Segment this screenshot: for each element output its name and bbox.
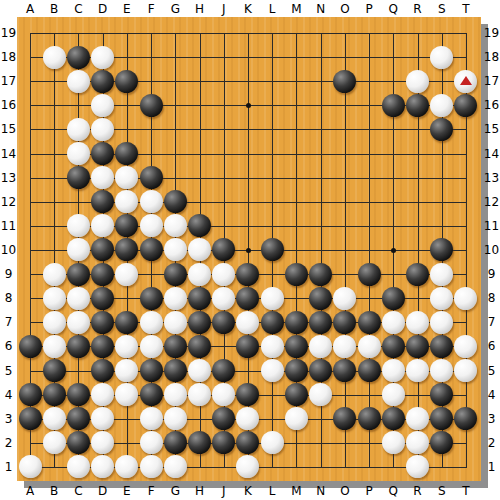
coord-label-left-10: 10 [0, 243, 17, 257]
white-stone-D18 [91, 46, 114, 69]
black-stone-D6 [91, 335, 114, 358]
white-stone-B6 [43, 335, 66, 358]
black-stone-G9 [164, 263, 187, 286]
white-stone-F7 [140, 311, 163, 334]
white-stone-F6 [140, 335, 163, 358]
coord-label-right-8: 8 [483, 291, 500, 305]
coord-label-left-6: 6 [0, 339, 17, 353]
coord-label-left-14: 14 [0, 147, 17, 161]
coord-label-bottom-E: E [118, 484, 136, 498]
coord-label-bottom-B: B [45, 484, 63, 498]
white-stone-D16 [91, 94, 114, 117]
white-stone-F11 [140, 214, 163, 237]
coord-label-bottom-N: N [312, 484, 330, 498]
white-stone-O8 [333, 287, 356, 310]
black-stone-Q16 [382, 94, 405, 117]
black-stone-R16 [406, 94, 429, 117]
black-stone-G12 [164, 190, 187, 213]
black-stone-B4 [43, 383, 66, 406]
white-stone-G3 [164, 407, 187, 430]
black-stone-S6 [430, 335, 453, 358]
black-stone-N9 [309, 263, 332, 286]
white-stone-G4 [164, 383, 187, 406]
coord-label-right-17: 17 [483, 74, 500, 88]
coord-label-bottom-C: C [69, 484, 87, 498]
coord-label-right-12: 12 [483, 195, 500, 209]
coord-label-bottom-K: K [239, 484, 257, 498]
coord-label-right-9: 9 [483, 267, 500, 281]
coord-label-left-17: 17 [0, 74, 17, 88]
white-stone-B2 [43, 431, 66, 454]
black-stone-J7 [212, 311, 235, 334]
coord-label-top-F: F [142, 2, 160, 16]
coord-label-left-15: 15 [0, 122, 17, 136]
coord-label-bottom-O: O [336, 484, 354, 498]
coord-label-left-8: 8 [0, 291, 17, 305]
white-stone-Q5 [382, 359, 405, 382]
white-stone-N6 [309, 335, 332, 358]
coord-label-bottom-M: M [287, 484, 305, 498]
white-stone-C17 [67, 70, 90, 93]
white-stone-L6 [261, 335, 284, 358]
white-stone-G7 [164, 311, 187, 334]
coord-label-top-G: G [166, 2, 184, 16]
white-stone-H5 [188, 359, 211, 382]
white-stone-P6 [358, 335, 381, 358]
grid-line-vertical [369, 33, 370, 468]
black-stone-Q3 [382, 407, 405, 430]
coord-label-top-T: T [457, 2, 475, 16]
coord-label-top-A: A [21, 2, 39, 16]
coord-label-top-E: E [118, 2, 136, 16]
coord-label-right-19: 19 [483, 26, 500, 40]
black-stone-F10 [140, 238, 163, 261]
black-stone-D9 [91, 263, 114, 286]
white-stone-R17 [406, 70, 429, 93]
white-stone-L5 [261, 359, 284, 382]
white-stone-S8 [430, 287, 453, 310]
black-stone-Q8 [382, 287, 405, 310]
black-stone-E17 [115, 70, 138, 93]
white-stone-S7 [430, 311, 453, 334]
black-stone-M7 [285, 311, 308, 334]
coord-label-bottom-G: G [166, 484, 184, 498]
white-stone-L8 [261, 287, 284, 310]
coord-label-top-P: P [360, 2, 378, 16]
black-stone-M6 [285, 335, 308, 358]
black-stone-P3 [358, 407, 381, 430]
coord-label-top-C: C [69, 2, 87, 16]
white-stone-Q2 [382, 431, 405, 454]
white-stone-G8 [164, 287, 187, 310]
white-stone-S9 [430, 263, 453, 286]
coord-label-left-3: 3 [0, 412, 17, 426]
coord-label-right-6: 6 [483, 339, 500, 353]
coord-label-bottom-T: T [457, 484, 475, 498]
black-stone-C9 [67, 263, 90, 286]
coord-label-left-4: 4 [0, 388, 17, 402]
coord-label-bottom-S: S [433, 484, 451, 498]
white-stone-D15 [91, 118, 114, 141]
black-stone-R9 [406, 263, 429, 286]
coord-label-bottom-L: L [263, 484, 281, 498]
black-stone-L7 [261, 311, 284, 334]
coord-label-top-K: K [239, 2, 257, 16]
white-stone-B7 [43, 311, 66, 334]
black-stone-H6 [188, 335, 211, 358]
coord-label-top-N: N [312, 2, 330, 16]
white-stone-E9 [115, 263, 138, 286]
coord-label-left-19: 19 [0, 26, 17, 40]
black-stone-A3 [19, 407, 42, 430]
coord-label-top-J: J [215, 2, 233, 16]
black-stone-A4 [19, 383, 42, 406]
black-stone-O17 [333, 70, 356, 93]
white-stone-F3 [140, 407, 163, 430]
white-stone-Q4 [382, 383, 405, 406]
coord-label-bottom-D: D [94, 484, 112, 498]
coord-label-top-L: L [263, 2, 281, 16]
coord-label-bottom-R: R [409, 484, 427, 498]
black-stone-C6 [67, 335, 90, 358]
black-stone-C18 [67, 46, 90, 69]
white-stone-H9 [188, 263, 211, 286]
last-move-triangle-marker [460, 76, 472, 85]
black-stone-G6 [164, 335, 187, 358]
white-stone-J9 [212, 263, 235, 286]
coord-label-right-2: 2 [483, 436, 500, 450]
coord-label-left-2: 2 [0, 436, 17, 450]
black-stone-N7 [309, 311, 332, 334]
white-stone-L2 [261, 431, 284, 454]
star-point-K10 [246, 248, 251, 253]
coord-label-bottom-J: J [215, 484, 233, 498]
coord-label-left-18: 18 [0, 50, 17, 64]
black-stone-Q6 [382, 335, 405, 358]
coord-label-top-S: S [433, 2, 451, 16]
black-stone-M5 [285, 359, 308, 382]
white-stone-R5 [406, 359, 429, 382]
black-stone-N8 [309, 287, 332, 310]
white-stone-Q7 [382, 311, 405, 334]
white-stone-A1 [19, 455, 42, 478]
black-stone-F13 [140, 166, 163, 189]
white-stone-J8 [212, 287, 235, 310]
black-stone-F4 [140, 383, 163, 406]
coord-label-left-11: 11 [0, 219, 17, 233]
white-stone-B18 [43, 46, 66, 69]
coord-label-right-15: 15 [483, 122, 500, 136]
black-stone-F5 [140, 359, 163, 382]
black-stone-M4 [285, 383, 308, 406]
coord-label-top-D: D [94, 2, 112, 16]
black-stone-D8 [91, 287, 114, 310]
coord-label-left-9: 9 [0, 267, 17, 281]
go-app-window: AABBCCDDEEFFGGHHJJKKLLMMNNOOPPQQRRSSTT19… [0, 0, 500, 500]
coord-label-top-B: B [45, 2, 63, 16]
white-stone-C7 [67, 311, 90, 334]
black-stone-F16 [140, 94, 163, 117]
coord-label-right-16: 16 [483, 98, 500, 112]
coord-label-left-13: 13 [0, 171, 17, 185]
black-stone-N5 [309, 359, 332, 382]
coord-label-right-11: 11 [483, 219, 500, 233]
coord-label-right-7: 7 [483, 315, 500, 329]
coord-label-right-3: 3 [483, 412, 500, 426]
black-stone-D17 [91, 70, 114, 93]
black-stone-F8 [140, 287, 163, 310]
coord-label-left-5: 5 [0, 364, 17, 378]
white-stone-C15 [67, 118, 90, 141]
white-stone-C8 [67, 287, 90, 310]
coord-label-right-5: 5 [483, 364, 500, 378]
coord-label-right-4: 4 [483, 388, 500, 402]
white-stone-F2 [140, 431, 163, 454]
white-stone-C14 [67, 142, 90, 165]
white-stone-B3 [43, 407, 66, 430]
coord-label-bottom-H: H [191, 484, 209, 498]
white-stone-B9 [43, 263, 66, 286]
coord-label-right-10: 10 [483, 243, 500, 257]
black-stone-H8 [188, 287, 211, 310]
coord-label-left-12: 12 [0, 195, 17, 209]
white-stone-M3 [285, 407, 308, 430]
coord-label-top-O: O [336, 2, 354, 16]
black-stone-G5 [164, 359, 187, 382]
coord-label-left-1: 1 [0, 460, 17, 474]
black-stone-P9 [358, 263, 381, 286]
black-stone-P5 [358, 359, 381, 382]
coord-label-bottom-A: A [21, 484, 39, 498]
coord-label-top-Q: Q [384, 2, 402, 16]
coord-label-bottom-F: F [142, 484, 160, 498]
black-stone-D7 [91, 311, 114, 334]
coord-label-left-16: 16 [0, 98, 17, 112]
black-stone-K9 [236, 263, 259, 286]
white-stone-B8 [43, 287, 66, 310]
black-stone-C4 [67, 383, 90, 406]
white-stone-F12 [140, 190, 163, 213]
black-stone-B5 [43, 359, 66, 382]
coord-label-top-R: R [409, 2, 427, 16]
coord-label-bottom-P: P [360, 484, 378, 498]
coord-label-top-M: M [287, 2, 305, 16]
white-stone-R7 [406, 311, 429, 334]
white-stone-S16 [430, 94, 453, 117]
black-stone-A6 [19, 335, 42, 358]
coord-label-top-H: H [191, 2, 209, 16]
black-stone-R6 [406, 335, 429, 358]
coord-label-right-1: 1 [483, 460, 500, 474]
grid-line-vertical [345, 33, 346, 468]
black-stone-H7 [188, 311, 211, 334]
coord-label-bottom-Q: Q [384, 484, 402, 498]
black-stone-M9 [285, 263, 308, 286]
coord-label-right-13: 13 [483, 171, 500, 185]
black-stone-P7 [358, 311, 381, 334]
coord-label-right-14: 14 [483, 147, 500, 161]
white-stone-S18 [430, 46, 453, 69]
coord-label-left-7: 7 [0, 315, 17, 329]
black-stone-C13 [67, 166, 90, 189]
coord-label-right-18: 18 [483, 50, 500, 64]
white-stone-F1 [140, 455, 163, 478]
